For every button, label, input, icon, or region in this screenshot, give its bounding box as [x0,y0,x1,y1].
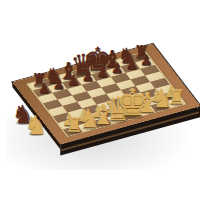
chess-set-photo: ♜♞♝♛♚♝♞♜♟♟♟♟♟♟♟♟♟♟♟♟♟♟♟♟♜♞♝♛♚♝♞♜♞♞ [0,0,200,200]
piece-shadow [29,132,43,136]
piece-shadow [16,121,30,125]
board-frame [12,44,200,145]
